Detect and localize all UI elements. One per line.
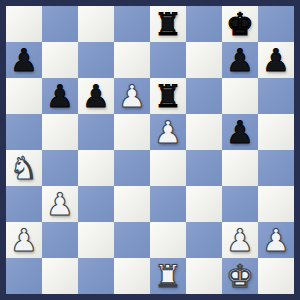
square-b1[interactable] <box>42 258 78 294</box>
piece-black-pawn[interactable]: ♟ <box>46 78 74 114</box>
piece-white-pawn[interactable]: ♟ <box>118 78 146 114</box>
piece-black-rook[interactable]: ♜ <box>154 78 182 114</box>
piece-white-rook[interactable]: ♜ <box>154 258 182 294</box>
square-e3[interactable] <box>150 186 186 222</box>
square-e6[interactable]: ♜ <box>150 78 186 114</box>
square-d8[interactable] <box>114 6 150 42</box>
square-d7[interactable] <box>114 42 150 78</box>
square-b6[interactable]: ♟ <box>42 78 78 114</box>
square-h1[interactable] <box>258 258 294 294</box>
square-c3[interactable] <box>78 186 114 222</box>
square-a5[interactable] <box>6 114 42 150</box>
board-frame: ♜♚♟♟♟♟♟♟♜♟♟♞♟♟♟♟♜♚ <box>0 0 300 300</box>
square-h4[interactable] <box>258 150 294 186</box>
square-c7[interactable] <box>78 42 114 78</box>
piece-white-pawn[interactable]: ♟ <box>10 222 38 258</box>
square-b5[interactable] <box>42 114 78 150</box>
piece-white-king[interactable]: ♚ <box>226 258 254 294</box>
square-f7[interactable] <box>186 42 222 78</box>
piece-white-pawn[interactable]: ♟ <box>262 222 290 258</box>
square-b4[interactable] <box>42 150 78 186</box>
square-f1[interactable] <box>186 258 222 294</box>
square-d6[interactable]: ♟ <box>114 78 150 114</box>
square-g6[interactable] <box>222 78 258 114</box>
square-h7[interactable]: ♟ <box>258 42 294 78</box>
square-c4[interactable] <box>78 150 114 186</box>
piece-black-king[interactable]: ♚ <box>226 6 254 42</box>
square-e4[interactable] <box>150 150 186 186</box>
square-d1[interactable] <box>114 258 150 294</box>
square-a1[interactable] <box>6 258 42 294</box>
square-b3[interactable]: ♟ <box>42 186 78 222</box>
square-d4[interactable] <box>114 150 150 186</box>
square-g8[interactable]: ♚ <box>222 6 258 42</box>
square-f6[interactable] <box>186 78 222 114</box>
square-c2[interactable] <box>78 222 114 258</box>
square-a3[interactable] <box>6 186 42 222</box>
piece-black-pawn[interactable]: ♟ <box>262 42 290 78</box>
square-a4[interactable]: ♞ <box>6 150 42 186</box>
piece-black-pawn[interactable]: ♟ <box>226 114 254 150</box>
square-g1[interactable]: ♚ <box>222 258 258 294</box>
square-g7[interactable]: ♟ <box>222 42 258 78</box>
chess-board: ♜♚♟♟♟♟♟♟♜♟♟♞♟♟♟♟♜♚ <box>6 6 294 294</box>
square-d5[interactable] <box>114 114 150 150</box>
square-f3[interactable] <box>186 186 222 222</box>
square-f8[interactable] <box>186 6 222 42</box>
piece-black-pawn[interactable]: ♟ <box>226 42 254 78</box>
square-e8[interactable]: ♜ <box>150 6 186 42</box>
square-a7[interactable]: ♟ <box>6 42 42 78</box>
square-h2[interactable]: ♟ <box>258 222 294 258</box>
square-g3[interactable] <box>222 186 258 222</box>
square-d2[interactable] <box>114 222 150 258</box>
piece-white-pawn[interactable]: ♟ <box>154 114 182 150</box>
square-f2[interactable] <box>186 222 222 258</box>
square-d3[interactable] <box>114 186 150 222</box>
square-h3[interactable] <box>258 186 294 222</box>
square-g2[interactable]: ♟ <box>222 222 258 258</box>
square-a8[interactable] <box>6 6 42 42</box>
square-c5[interactable] <box>78 114 114 150</box>
square-a2[interactable]: ♟ <box>6 222 42 258</box>
square-g5[interactable]: ♟ <box>222 114 258 150</box>
piece-black-pawn[interactable]: ♟ <box>10 42 38 78</box>
square-c6[interactable]: ♟ <box>78 78 114 114</box>
square-b7[interactable] <box>42 42 78 78</box>
square-e2[interactable] <box>150 222 186 258</box>
square-h5[interactable] <box>258 114 294 150</box>
square-f4[interactable] <box>186 150 222 186</box>
piece-black-rook[interactable]: ♜ <box>154 6 182 42</box>
square-f5[interactable] <box>186 114 222 150</box>
piece-white-pawn[interactable]: ♟ <box>46 186 74 222</box>
square-b8[interactable] <box>42 6 78 42</box>
square-e7[interactable] <box>150 42 186 78</box>
square-e5[interactable]: ♟ <box>150 114 186 150</box>
square-c1[interactable] <box>78 258 114 294</box>
piece-black-pawn[interactable]: ♟ <box>82 78 110 114</box>
piece-white-pawn[interactable]: ♟ <box>226 222 254 258</box>
square-c8[interactable] <box>78 6 114 42</box>
piece-white-knight[interactable]: ♞ <box>10 150 38 186</box>
square-h8[interactable] <box>258 6 294 42</box>
square-h6[interactable] <box>258 78 294 114</box>
square-b2[interactable] <box>42 222 78 258</box>
square-a6[interactable] <box>6 78 42 114</box>
square-e1[interactable]: ♜ <box>150 258 186 294</box>
square-g4[interactable] <box>222 150 258 186</box>
